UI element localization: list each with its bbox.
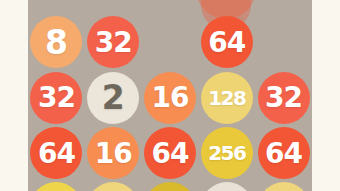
tile-16: 16 bbox=[87, 127, 139, 179]
tile-256: 256 bbox=[201, 127, 253, 179]
game-screen: 83264322161283264166425664 bbox=[0, 0, 340, 191]
partial-tile-bottom bbox=[87, 182, 139, 191]
tile-64: 64 bbox=[201, 16, 253, 68]
tile-64: 64 bbox=[258, 127, 310, 179]
tile-32: 32 bbox=[30, 72, 82, 124]
letterbox-left bbox=[0, 0, 28, 191]
tile-64: 64 bbox=[144, 127, 196, 179]
tile-128: 128 bbox=[201, 72, 253, 124]
partial-tile-bottom bbox=[201, 182, 253, 191]
partial-tile-bottom bbox=[30, 182, 82, 191]
partial-tile-bottom bbox=[258, 182, 310, 191]
tile-2: 2 bbox=[87, 72, 139, 124]
tile-32: 32 bbox=[258, 72, 310, 124]
tile-64: 64 bbox=[30, 127, 82, 179]
tile-32: 32 bbox=[87, 16, 139, 68]
board[interactable]: 83264322161283264166425664 bbox=[28, 0, 312, 191]
partial-tile-bottom bbox=[144, 182, 196, 191]
letterbox-right bbox=[312, 0, 340, 191]
tile-16: 16 bbox=[144, 72, 196, 124]
tile-8: 8 bbox=[30, 16, 82, 68]
